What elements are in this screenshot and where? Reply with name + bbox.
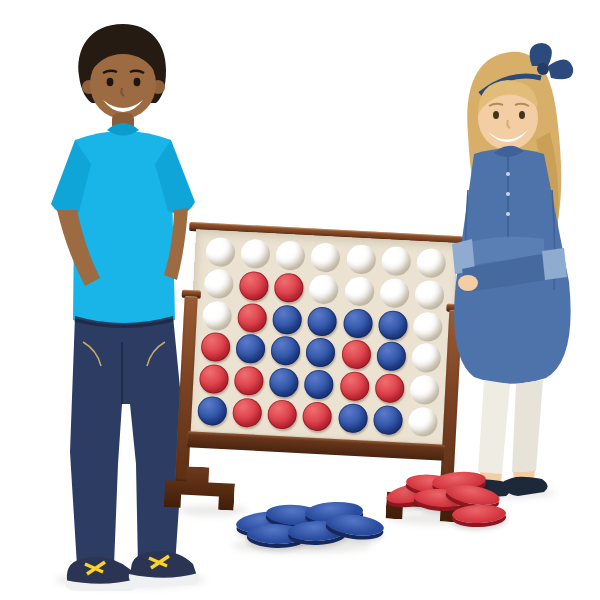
- empty-hole: [346, 245, 376, 275]
- blue-disc: [271, 336, 301, 366]
- cell-r3c2: [234, 301, 271, 334]
- cell-r4c2: [232, 332, 269, 365]
- blue-disc: [378, 310, 408, 340]
- blue-disc: [272, 304, 302, 334]
- cell-r2c5: [341, 275, 378, 308]
- empty-hole: [202, 300, 232, 330]
- red-disc: [200, 332, 230, 362]
- cell-r5c5: [336, 370, 373, 403]
- cell-r2c6: [376, 277, 413, 310]
- boy-left-sneaker: [65, 557, 138, 591]
- red-disc: [274, 273, 304, 303]
- blue-disc: [306, 338, 336, 368]
- product-photo-scene: [0, 0, 600, 600]
- empty-hole: [311, 243, 341, 273]
- blue-disc: [307, 306, 337, 336]
- cell-r2c4: [306, 273, 343, 306]
- cell-r5c4: [301, 368, 338, 401]
- cell-r5c1: [196, 362, 233, 395]
- red-disc: [339, 371, 369, 401]
- cell-r6c6: [369, 403, 406, 436]
- cell-r1c4: [308, 241, 345, 274]
- cell-r4c1: [197, 331, 234, 364]
- girl-hair-bow: [530, 43, 552, 66]
- blue-disc: [342, 308, 372, 338]
- empty-hole: [276, 241, 306, 271]
- red-disc: [374, 373, 404, 403]
- red-disc: [302, 401, 332, 431]
- empty-hole: [381, 246, 411, 276]
- cell-r3c3: [269, 303, 306, 336]
- cell-r2c3: [271, 271, 308, 304]
- board-grid: [194, 236, 450, 439]
- boy-jeans: [70, 316, 183, 566]
- girl-pants-front-leg: [478, 380, 510, 474]
- cell-r4c5: [338, 338, 375, 371]
- cell-r1c1: [202, 236, 239, 269]
- cell-r1c2: [237, 238, 274, 271]
- blue-disc: [376, 341, 406, 371]
- cell-r3c5: [339, 306, 376, 339]
- board-left-foot: [164, 465, 236, 511]
- cell-r4c6: [373, 340, 410, 373]
- blue-pile-shadow: [232, 538, 372, 553]
- boy-right-sneaker: [129, 551, 200, 585]
- cell-r4c3: [267, 334, 304, 367]
- cell-r1c5: [343, 243, 380, 276]
- board-face: [186, 229, 458, 444]
- red-disc: [199, 364, 229, 394]
- girl-back-flat: [504, 477, 548, 496]
- cell-r2c1: [201, 267, 238, 300]
- girl-figure: [424, 40, 600, 502]
- cell-r5c2: [231, 364, 268, 397]
- girl-hand: [458, 275, 478, 291]
- blue-disc: [373, 405, 403, 435]
- red-disc: [234, 366, 264, 396]
- cell-r3c1: [199, 299, 236, 332]
- cell-r6c3: [264, 398, 301, 431]
- cell-r6c1: [194, 394, 231, 427]
- empty-hole: [309, 274, 339, 304]
- cell-r3c4: [304, 304, 341, 337]
- blue-disc: [236, 334, 266, 364]
- cell-r5c3: [266, 366, 303, 399]
- girl-pants-back-leg: [512, 380, 543, 472]
- empty-hole: [204, 269, 234, 299]
- red-disc: [232, 397, 262, 427]
- empty-hole: [205, 237, 235, 267]
- cell-r6c5: [334, 401, 371, 434]
- cell-r2c2: [236, 269, 273, 302]
- cell-r3c6: [374, 308, 411, 341]
- red-disc: [341, 339, 371, 369]
- red-disc: [267, 399, 297, 429]
- red-disc: [237, 302, 267, 332]
- empty-hole: [379, 278, 409, 308]
- blue-disc: [269, 367, 299, 397]
- cell-r5c6: [371, 371, 408, 404]
- empty-hole: [344, 276, 374, 306]
- cell-r6c4: [299, 399, 336, 432]
- cell-r1c6: [378, 245, 415, 278]
- cell-r1c3: [272, 239, 309, 272]
- cell-r4c4: [303, 336, 340, 369]
- empty-hole: [240, 239, 270, 269]
- blue-disc: [337, 403, 367, 433]
- cell-r6c2: [229, 396, 266, 429]
- blue-disc: [304, 369, 334, 399]
- blue-disc: [197, 395, 227, 425]
- red-disc: [239, 271, 269, 301]
